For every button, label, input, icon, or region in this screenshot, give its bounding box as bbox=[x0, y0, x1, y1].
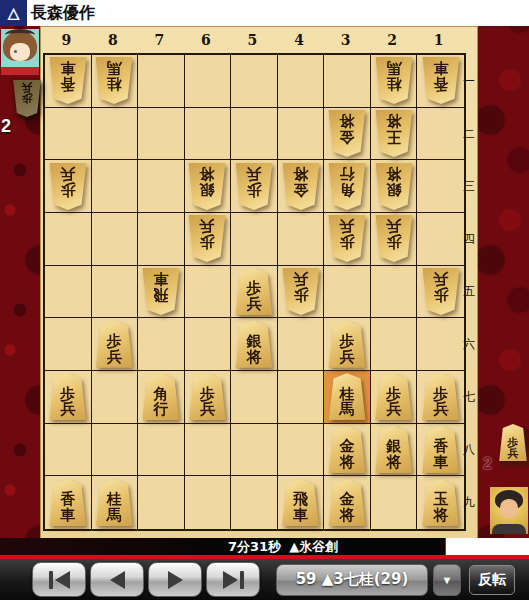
gote-hand-piece: 歩兵 bbox=[12, 80, 42, 117]
avatar-eye bbox=[14, 50, 17, 53]
square-6二[interactable] bbox=[185, 108, 232, 161]
square-6三[interactable]: 銀将 bbox=[185, 160, 232, 213]
shogi-piece-gote: 金将 bbox=[281, 163, 321, 210]
square-3四[interactable]: 歩兵 bbox=[324, 213, 371, 266]
square-4七[interactable] bbox=[278, 371, 325, 424]
nav-next-button[interactable] bbox=[148, 562, 202, 597]
shogi-piece-gote: 金将 bbox=[327, 110, 367, 157]
square-3七[interactable]: 桂馬 bbox=[324, 371, 371, 424]
square-6四[interactable]: 歩兵 bbox=[185, 213, 232, 266]
shogi-piece-sente: 飛車 bbox=[281, 479, 321, 526]
shogi-piece-gote: 歩兵 bbox=[234, 163, 274, 210]
square-9八[interactable] bbox=[45, 424, 92, 477]
square-9四[interactable] bbox=[45, 213, 92, 266]
status-bar: 7分31秒 ▲氷谷創 bbox=[0, 538, 529, 555]
square-9二[interactable] bbox=[45, 108, 92, 161]
shogi-piece-gote: 銀将 bbox=[187, 163, 227, 210]
square-6八[interactable] bbox=[185, 424, 232, 477]
square-9一[interactable]: 香車 bbox=[45, 55, 92, 108]
board-grid: 香車桂馬桂馬香車金将王将歩兵銀将歩兵金将角行銀将歩兵歩兵歩兵飛車歩兵歩兵歩兵歩兵… bbox=[43, 53, 466, 531]
square-7九[interactable] bbox=[138, 476, 185, 529]
square-8八[interactable] bbox=[92, 424, 139, 477]
square-4四[interactable] bbox=[278, 213, 325, 266]
shogi-piece-gote: 歩兵 bbox=[281, 268, 321, 315]
square-2一[interactable]: 桂馬 bbox=[371, 55, 418, 108]
file-labels: 987654321 bbox=[43, 27, 462, 53]
shogi-piece-sente: 歩兵 bbox=[374, 373, 414, 420]
square-3三[interactable]: 角行 bbox=[324, 160, 371, 213]
square-9六[interactable] bbox=[45, 318, 92, 371]
square-3二[interactable]: 金将 bbox=[324, 108, 371, 161]
shogi-piece-gote: 桂馬 bbox=[374, 57, 414, 104]
square-8一[interactable]: 桂馬 bbox=[92, 55, 139, 108]
square-2二[interactable]: 王将 bbox=[371, 108, 418, 161]
square-6五[interactable] bbox=[185, 266, 232, 319]
shogi-piece-sente: 桂馬 bbox=[327, 373, 367, 420]
square-4二[interactable] bbox=[278, 108, 325, 161]
shogi-piece-gote: 歩兵 bbox=[327, 215, 367, 262]
square-3八[interactable]: 金将 bbox=[324, 424, 371, 477]
shogi-piece-sente: 歩兵 bbox=[421, 373, 461, 420]
step-forward-icon bbox=[168, 571, 183, 589]
square-5一[interactable] bbox=[231, 55, 278, 108]
shogi-piece-sente: 玉将 bbox=[421, 479, 461, 526]
rank-labels: 一二三四五六七八九 bbox=[462, 53, 476, 532]
square-5七[interactable] bbox=[231, 371, 278, 424]
square-1九[interactable]: 玉将 bbox=[417, 476, 464, 529]
square-5三[interactable]: 歩兵 bbox=[231, 160, 278, 213]
shogi-piece-gote: 歩兵 bbox=[187, 215, 227, 262]
square-7七[interactable]: 角行 bbox=[138, 371, 185, 424]
square-1五[interactable]: 歩兵 bbox=[417, 266, 464, 319]
square-7五[interactable]: 飛車 bbox=[138, 266, 185, 319]
square-4三[interactable]: 金将 bbox=[278, 160, 325, 213]
square-8七[interactable] bbox=[92, 371, 139, 424]
shogi-piece-gote: 歩兵 bbox=[421, 268, 461, 315]
square-5五[interactable]: 歩兵 bbox=[231, 266, 278, 319]
square-7一[interactable] bbox=[138, 55, 185, 108]
square-8三[interactable] bbox=[92, 160, 139, 213]
square-9七[interactable]: 歩兵 bbox=[45, 371, 92, 424]
shogi-piece-sente: 金将 bbox=[327, 479, 367, 526]
shogi-piece-sente: 香車 bbox=[48, 479, 88, 526]
square-6七[interactable]: 歩兵 bbox=[185, 371, 232, 424]
player-to-move-name: ▲氷谷創 bbox=[289, 538, 338, 556]
square-2三[interactable]: 銀将 bbox=[371, 160, 418, 213]
status-bar-right-panel bbox=[445, 538, 529, 555]
shogi-piece-gote: 歩兵 bbox=[374, 215, 414, 262]
square-2八[interactable]: 銀将 bbox=[371, 424, 418, 477]
shogi-piece-sente: 歩兵 bbox=[94, 321, 134, 368]
skip-to-last-icon bbox=[223, 571, 238, 589]
square-3一[interactable] bbox=[324, 55, 371, 108]
title-bar: △ 長森優作 bbox=[0, 0, 529, 26]
square-7四[interactable] bbox=[138, 213, 185, 266]
square-5二[interactable] bbox=[231, 108, 278, 161]
shogi-piece-sente: 香車 bbox=[421, 426, 461, 473]
shogi-piece-sente: 金将 bbox=[327, 426, 367, 473]
square-1六[interactable] bbox=[417, 318, 464, 371]
square-8二[interactable] bbox=[92, 108, 139, 161]
square-1三[interactable] bbox=[417, 160, 464, 213]
square-4九[interactable]: 飛車 bbox=[278, 476, 325, 529]
square-8五[interactable] bbox=[92, 266, 139, 319]
gote-avatar bbox=[1, 29, 39, 75]
chevron-down-icon: ▼ bbox=[442, 574, 453, 586]
square-6九[interactable] bbox=[185, 476, 232, 529]
shogi-piece-sente: 銀将 bbox=[234, 321, 274, 368]
square-2七[interactable]: 歩兵 bbox=[371, 371, 418, 424]
opponent-name: 長森優作 bbox=[31, 3, 95, 24]
square-5六[interactable]: 銀将 bbox=[231, 318, 278, 371]
square-9五[interactable] bbox=[45, 266, 92, 319]
headphone-icon bbox=[5, 29, 35, 41]
shogi-piece-sente: 歩兵 bbox=[48, 373, 88, 420]
playback-control-bar: 59 ▲3七桂(29) ▼ 反転 bbox=[0, 559, 529, 600]
nav-first-button[interactable] bbox=[32, 562, 86, 597]
square-5九[interactable] bbox=[231, 476, 278, 529]
move-list-dropdown-button[interactable]: ▼ bbox=[433, 564, 461, 596]
nav-last-button[interactable] bbox=[206, 562, 260, 597]
shogi-piece-sente: 角行 bbox=[141, 373, 181, 420]
avatar-face bbox=[10, 43, 30, 61]
square-1二[interactable] bbox=[417, 108, 464, 161]
shogi-piece-sente: 桂馬 bbox=[94, 479, 134, 526]
square-4八[interactable] bbox=[278, 424, 325, 477]
shogi-piece-sente: 歩兵 bbox=[498, 424, 528, 461]
square-5八[interactable] bbox=[231, 424, 278, 477]
sente-hand-piece: 歩兵 bbox=[498, 424, 528, 461]
square-6六[interactable] bbox=[185, 318, 232, 371]
square-8六[interactable]: 歩兵 bbox=[92, 318, 139, 371]
square-2四[interactable]: 歩兵 bbox=[371, 213, 418, 266]
move-display[interactable]: 59 ▲3七桂(29) bbox=[276, 564, 428, 596]
sente-avatar bbox=[490, 487, 528, 534]
avatar-face bbox=[500, 499, 518, 518]
remaining-time: 7分31秒 bbox=[228, 538, 281, 556]
shogi-piece-sente: 銀将 bbox=[374, 426, 414, 473]
gote-turn-mark-chip: △ bbox=[0, 0, 27, 26]
square-1七[interactable]: 歩兵 bbox=[417, 371, 464, 424]
square-4一[interactable] bbox=[278, 55, 325, 108]
shogi-piece-gote: 香車 bbox=[421, 57, 461, 104]
step-back-icon bbox=[110, 571, 125, 589]
square-8九[interactable]: 桂馬 bbox=[92, 476, 139, 529]
square-3九[interactable]: 金将 bbox=[324, 476, 371, 529]
shogi-piece-sente: 歩兵 bbox=[234, 268, 274, 315]
square-7八[interactable] bbox=[138, 424, 185, 477]
shogi-piece-sente: 歩兵 bbox=[327, 321, 367, 368]
gote-triangle-icon: △ bbox=[8, 4, 20, 22]
sente-hand-count: 2 bbox=[483, 455, 492, 473]
shogi-piece-gote: 歩兵 bbox=[12, 80, 42, 117]
shogi-piece-sente: 歩兵 bbox=[187, 373, 227, 420]
square-5四[interactable] bbox=[231, 213, 278, 266]
square-8四[interactable] bbox=[92, 213, 139, 266]
square-9九[interactable]: 香車 bbox=[45, 476, 92, 529]
square-9三[interactable]: 歩兵 bbox=[45, 160, 92, 213]
square-7三[interactable] bbox=[138, 160, 185, 213]
shogi-piece-gote: 銀将 bbox=[374, 163, 414, 210]
flip-board-button[interactable]: 反転 bbox=[469, 565, 515, 595]
square-1八[interactable]: 香車 bbox=[417, 424, 464, 477]
square-1一[interactable]: 香車 bbox=[417, 55, 464, 108]
square-6一[interactable] bbox=[185, 55, 232, 108]
square-3五[interactable] bbox=[324, 266, 371, 319]
square-7六[interactable] bbox=[138, 318, 185, 371]
square-2六[interactable] bbox=[371, 318, 418, 371]
shogi-piece-gote: 王将 bbox=[374, 110, 414, 157]
shogi-piece-gote: 飛車 bbox=[141, 268, 181, 315]
square-1四[interactable] bbox=[417, 213, 464, 266]
shogi-piece-gote: 角行 bbox=[327, 163, 367, 210]
square-7二[interactable] bbox=[138, 108, 185, 161]
square-4六[interactable] bbox=[278, 318, 325, 371]
square-2九[interactable] bbox=[371, 476, 418, 529]
nav-prev-button[interactable] bbox=[90, 562, 144, 597]
shogi-piece-gote: 歩兵 bbox=[48, 163, 88, 210]
skip-to-first-icon bbox=[49, 571, 53, 589]
shogi-piece-gote: 桂馬 bbox=[94, 57, 134, 104]
square-2五[interactable] bbox=[371, 266, 418, 319]
square-3六[interactable]: 歩兵 bbox=[324, 318, 371, 371]
shogi-piece-gote: 香車 bbox=[48, 57, 88, 104]
gote-hand-count: 2 bbox=[1, 116, 11, 137]
shogi-board-panel: 987654321 香車桂馬桂馬香車金将王将歩兵銀将歩兵金将角行銀将歩兵歩兵歩兵… bbox=[40, 26, 478, 540]
avatar-body bbox=[492, 524, 526, 534]
avatar-scarf bbox=[1, 67, 39, 75]
square-4五[interactable]: 歩兵 bbox=[278, 266, 325, 319]
